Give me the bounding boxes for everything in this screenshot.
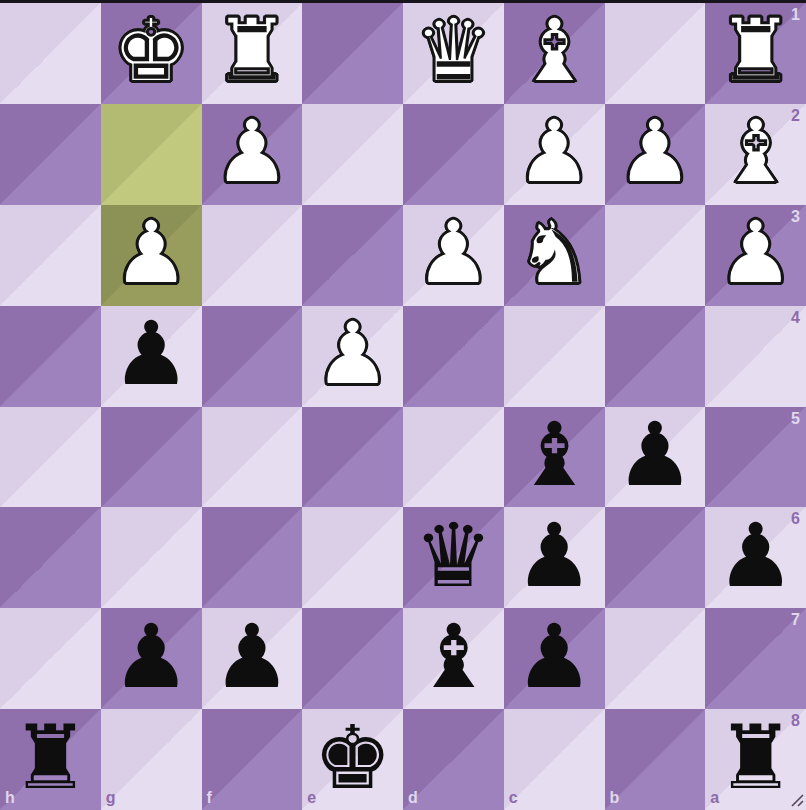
square-d3[interactable]: ♟: [403, 205, 504, 306]
piece-wP-c2[interactable]: ♟: [515, 108, 594, 196]
piece-bK-e8[interactable]: ♚: [313, 714, 392, 802]
piece-bP-b5[interactable]: ♟: [615, 411, 694, 499]
file-label-f: f: [207, 790, 212, 806]
piece-wR-a1[interactable]: ♜: [716, 7, 795, 95]
piece-bP-c7[interactable]: ♟: [515, 613, 594, 701]
square-c5[interactable]: ♝: [504, 407, 605, 508]
square-h5[interactable]: [0, 407, 101, 508]
piece-wB-a2[interactable]: ♝: [716, 108, 795, 196]
square-h6[interactable]: [0, 507, 101, 608]
square-f7[interactable]: ♟: [202, 608, 303, 709]
piece-wP-d3[interactable]: ♟: [414, 209, 493, 297]
piece-bP-f7[interactable]: ♟: [212, 613, 291, 701]
square-g6[interactable]: [101, 507, 202, 608]
piece-bP-c6[interactable]: ♟: [515, 512, 594, 600]
square-e5[interactable]: [302, 407, 403, 508]
square-f1[interactable]: ♜: [202, 3, 303, 104]
file-label-d: d: [408, 790, 418, 806]
square-g3[interactable]: ♟: [101, 205, 202, 306]
square-c6[interactable]: ♟: [504, 507, 605, 608]
square-e6[interactable]: [302, 507, 403, 608]
piece-wQ-d1[interactable]: ♛: [414, 7, 493, 95]
square-b3[interactable]: [605, 205, 706, 306]
square-c8[interactable]: c: [504, 709, 605, 810]
piece-bP-g4[interactable]: ♟: [112, 310, 191, 398]
piece-wP-f2[interactable]: ♟: [212, 108, 291, 196]
square-a1[interactable]: ♜1: [705, 3, 806, 104]
square-d4[interactable]: [403, 306, 504, 407]
square-f4[interactable]: [202, 306, 303, 407]
piece-wR-f1[interactable]: ♜: [212, 7, 291, 95]
square-b5[interactable]: ♟: [605, 407, 706, 508]
square-e8[interactable]: ♚e: [302, 709, 403, 810]
square-a3[interactable]: ♟3: [705, 205, 806, 306]
square-d2[interactable]: [403, 104, 504, 205]
square-h8[interactable]: ♜h: [0, 709, 101, 810]
lichess-board-page: ♚♜♛♝♜1♟♟♟♝2♟♟♞♟3♟♟4♝♟5♛♟♟6♟♟♝♟7♜hgf♚edcb…: [0, 0, 806, 810]
file-label-b: b: [610, 790, 620, 806]
square-e1[interactable]: [302, 3, 403, 104]
rank-label-5: 5: [791, 411, 800, 427]
square-c3[interactable]: ♞: [504, 205, 605, 306]
square-a4[interactable]: 4: [705, 306, 806, 407]
square-a8[interactable]: ♜a8: [705, 709, 806, 810]
square-d1[interactable]: ♛: [403, 3, 504, 104]
chess-board: ♚♜♛♝♜1♟♟♟♝2♟♟♞♟3♟♟4♝♟5♛♟♟6♟♟♝♟7♜hgf♚edcb…: [0, 3, 806, 810]
square-a5[interactable]: 5: [705, 407, 806, 508]
square-a7[interactable]: 7: [705, 608, 806, 709]
file-label-g: g: [106, 790, 116, 806]
piece-wB-c1[interactable]: ♝: [515, 7, 594, 95]
square-b6[interactable]: [605, 507, 706, 608]
square-g5[interactable]: [101, 407, 202, 508]
square-b1[interactable]: [605, 3, 706, 104]
piece-wP-g3[interactable]: ♟: [112, 209, 191, 297]
square-f2[interactable]: ♟: [202, 104, 303, 205]
square-g8[interactable]: g: [101, 709, 202, 810]
piece-bB-d7[interactable]: ♝: [414, 613, 493, 701]
rank-label-4: 4: [791, 310, 800, 326]
rank-label-7: 7: [791, 612, 800, 628]
square-f3[interactable]: [202, 205, 303, 306]
piece-wN-c3[interactable]: ♞: [515, 209, 594, 297]
square-e4[interactable]: ♟: [302, 306, 403, 407]
square-b8[interactable]: b: [605, 709, 706, 810]
square-h4[interactable]: [0, 306, 101, 407]
piece-wP-a3[interactable]: ♟: [716, 209, 795, 297]
square-b4[interactable]: [605, 306, 706, 407]
square-d7[interactable]: ♝: [403, 608, 504, 709]
square-b2[interactable]: ♟: [605, 104, 706, 205]
piece-wP-e4[interactable]: ♟: [313, 310, 392, 398]
square-b7[interactable]: [605, 608, 706, 709]
piece-bQ-d6[interactable]: ♛: [414, 512, 493, 600]
square-g2[interactable]: [101, 104, 202, 205]
square-c4[interactable]: [504, 306, 605, 407]
square-f6[interactable]: [202, 507, 303, 608]
square-h7[interactable]: [0, 608, 101, 709]
square-a2[interactable]: ♝2: [705, 104, 806, 205]
square-c2[interactable]: ♟: [504, 104, 605, 205]
square-f5[interactable]: [202, 407, 303, 508]
square-h2[interactable]: [0, 104, 101, 205]
piece-bR-h8[interactable]: ♜: [11, 714, 90, 802]
file-label-c: c: [509, 790, 518, 806]
square-g4[interactable]: ♟: [101, 306, 202, 407]
square-d5[interactable]: [403, 407, 504, 508]
piece-wP-b2[interactable]: ♟: [615, 108, 694, 196]
piece-bR-a8[interactable]: ♜: [716, 714, 795, 802]
square-a6[interactable]: ♟6: [705, 507, 806, 608]
square-d6[interactable]: ♛: [403, 507, 504, 608]
piece-bP-g7[interactable]: ♟: [112, 613, 191, 701]
piece-bP-a6[interactable]: ♟: [716, 512, 795, 600]
square-e2[interactable]: [302, 104, 403, 205]
square-f8[interactable]: f: [202, 709, 303, 810]
square-c7[interactable]: ♟: [504, 608, 605, 709]
square-g1[interactable]: ♚: [101, 3, 202, 104]
square-c1[interactable]: ♝: [504, 3, 605, 104]
square-h1[interactable]: [0, 3, 101, 104]
resize-handle-icon[interactable]: [789, 793, 805, 809]
piece-bB-c5[interactable]: ♝: [515, 411, 594, 499]
square-d8[interactable]: d: [403, 709, 504, 810]
piece-wK-g1[interactable]: ♚: [112, 7, 191, 95]
square-g7[interactable]: ♟: [101, 608, 202, 709]
square-e3[interactable]: [302, 205, 403, 306]
square-h3[interactable]: [0, 205, 101, 306]
square-e7[interactable]: [302, 608, 403, 709]
